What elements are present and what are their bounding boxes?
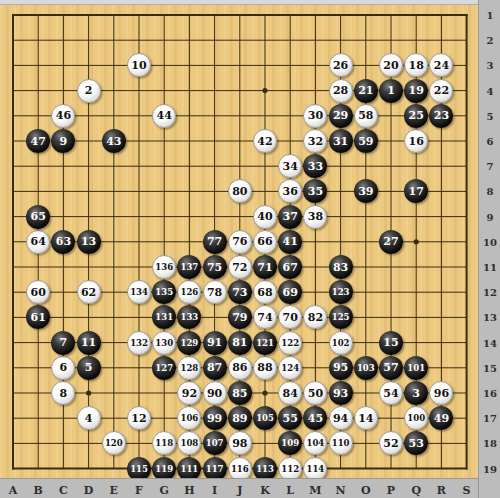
column-label-H: H	[184, 484, 194, 497]
stone-move-115: 115	[127, 457, 151, 481]
row-label-14: 14	[483, 337, 497, 348]
row-coordinate-strip: 12345678910111213141516171819	[478, 0, 500, 498]
stone-move-76: 76	[228, 230, 252, 254]
row-label-16: 16	[483, 388, 497, 399]
stone-move-132: 132	[127, 331, 151, 355]
stone-move-22: 22	[429, 79, 453, 103]
stone-move-44: 44	[152, 104, 176, 128]
stone-move-7: 7	[51, 331, 75, 355]
row-label-17: 17	[483, 413, 497, 424]
stone-move-73: 73	[228, 280, 252, 304]
stone-move-58: 58	[354, 104, 378, 128]
stone-move-57: 57	[379, 356, 403, 380]
stone-move-29: 29	[329, 104, 353, 128]
stone-move-26: 26	[329, 53, 353, 77]
row-label-8: 8	[487, 186, 494, 197]
stone-move-21: 21	[354, 79, 378, 103]
row-label-15: 15	[483, 362, 497, 373]
stone-move-86: 86	[228, 356, 252, 380]
column-label-L: L	[286, 484, 294, 497]
stone-move-107: 107	[203, 431, 227, 455]
stone-move-89: 89	[228, 406, 252, 430]
stone-move-112: 112	[278, 457, 302, 481]
row-label-2: 2	[487, 35, 494, 46]
stone-move-11: 11	[77, 331, 101, 355]
row-label-3: 3	[487, 60, 494, 71]
stone-move-40: 40	[253, 205, 277, 229]
stone-move-102: 102	[329, 331, 353, 355]
column-label-S: S	[463, 484, 471, 497]
stone-move-111: 111	[177, 457, 201, 481]
column-label-O: O	[361, 484, 371, 497]
stone-move-66: 66	[253, 230, 277, 254]
stone-move-43: 43	[102, 129, 126, 153]
stone-move-68: 68	[253, 280, 277, 304]
stone-move-101: 101	[404, 356, 428, 380]
column-label-I: I	[212, 484, 217, 497]
star-point	[86, 390, 91, 395]
stone-move-31: 31	[329, 129, 353, 153]
stone-move-25: 25	[404, 104, 428, 128]
stone-move-27: 27	[379, 230, 403, 254]
row-label-9: 9	[487, 211, 494, 222]
stone-move-123: 123	[329, 280, 353, 304]
row-label-7: 7	[487, 161, 494, 172]
stone-move-75: 75	[203, 255, 227, 279]
stone-move-3: 3	[404, 381, 428, 405]
stone-move-42: 42	[253, 129, 277, 153]
stone-move-2: 2	[77, 79, 101, 103]
stone-move-16: 16	[404, 129, 428, 153]
row-label-13: 13	[483, 312, 497, 323]
go-board-diagram: 1234567891011121314151617181920212223242…	[0, 0, 500, 498]
stone-move-85: 85	[228, 381, 252, 405]
column-label-N: N	[336, 484, 346, 497]
stone-move-113: 113	[253, 457, 277, 481]
column-label-F: F	[135, 484, 143, 497]
stone-move-41: 41	[278, 230, 302, 254]
star-point	[262, 390, 267, 395]
column-label-P: P	[387, 484, 395, 497]
stone-move-125: 125	[329, 305, 353, 329]
stone-move-14: 14	[354, 406, 378, 430]
stone-move-71: 71	[253, 255, 277, 279]
column-label-K: K	[260, 484, 270, 497]
stone-move-78: 78	[203, 280, 227, 304]
stone-move-121: 121	[253, 331, 277, 355]
stone-move-5: 5	[77, 356, 101, 380]
column-label-Q: Q	[411, 484, 421, 497]
stone-move-15: 15	[379, 331, 403, 355]
stone-move-134: 134	[127, 280, 151, 304]
stone-move-93: 93	[329, 381, 353, 405]
column-label-J: J	[237, 484, 242, 497]
column-label-D: D	[84, 484, 94, 497]
stone-move-95: 95	[329, 356, 353, 380]
stone-move-12: 12	[127, 406, 151, 430]
stone-move-116: 116	[228, 457, 252, 481]
column-label-B: B	[34, 484, 43, 497]
stone-move-4: 4	[77, 406, 101, 430]
stone-move-13: 13	[77, 230, 101, 254]
stone-move-91: 91	[203, 331, 227, 355]
star-point	[262, 88, 267, 93]
stone-move-105: 105	[253, 406, 277, 430]
stone-move-119: 119	[152, 457, 176, 481]
stone-move-62: 62	[77, 280, 101, 304]
row-label-6: 6	[487, 136, 494, 147]
stone-move-127: 127	[152, 356, 176, 380]
stone-move-130: 130	[152, 331, 176, 355]
row-label-4: 4	[487, 85, 494, 96]
star-point	[414, 239, 419, 244]
column-label-E: E	[110, 484, 118, 497]
row-label-12: 12	[483, 287, 497, 298]
stone-move-124: 124	[278, 356, 302, 380]
stone-move-38: 38	[303, 205, 327, 229]
column-coordinate-strip: ABCDEFGHIJKLMNOPQRS	[0, 478, 478, 498]
stone-move-94: 94	[329, 406, 353, 430]
stone-move-84: 84	[278, 381, 302, 405]
row-label-10: 10	[483, 236, 497, 247]
stone-move-81: 81	[228, 331, 252, 355]
stone-move-1: 1	[379, 79, 403, 103]
stone-move-122: 122	[278, 331, 302, 355]
stone-move-19: 19	[404, 79, 428, 103]
stone-move-99: 99	[203, 406, 227, 430]
stone-move-67: 67	[278, 255, 302, 279]
row-label-1: 1	[487, 10, 494, 21]
stone-move-129: 129	[177, 331, 201, 355]
stone-move-59: 59	[354, 129, 378, 153]
row-label-11: 11	[483, 262, 497, 273]
stone-move-117: 117	[203, 457, 227, 481]
stone-move-83: 83	[329, 255, 353, 279]
stone-move-103: 103	[354, 356, 378, 380]
stone-move-54: 54	[379, 381, 403, 405]
stone-move-87: 87	[203, 356, 227, 380]
column-label-G: G	[159, 484, 168, 497]
stone-move-114: 114	[303, 457, 327, 481]
row-label-19: 19	[483, 463, 497, 474]
column-label-A: A	[9, 484, 18, 497]
stone-move-28: 28	[329, 79, 353, 103]
stone-move-90: 90	[203, 381, 227, 405]
column-label-M: M	[309, 484, 321, 497]
stone-move-72: 72	[228, 255, 252, 279]
row-label-5: 5	[487, 110, 494, 121]
column-label-R: R	[437, 484, 446, 497]
stone-move-47: 47	[26, 129, 50, 153]
stone-move-37: 37	[278, 205, 302, 229]
column-label-C: C	[59, 484, 68, 497]
row-label-18: 18	[483, 438, 497, 449]
stone-move-64: 64	[26, 230, 50, 254]
stone-move-88: 88	[253, 356, 277, 380]
stone-move-77: 77	[203, 230, 227, 254]
stone-move-136: 136	[152, 255, 176, 279]
stone-move-110: 110	[329, 431, 353, 455]
stone-move-65: 65	[26, 205, 50, 229]
